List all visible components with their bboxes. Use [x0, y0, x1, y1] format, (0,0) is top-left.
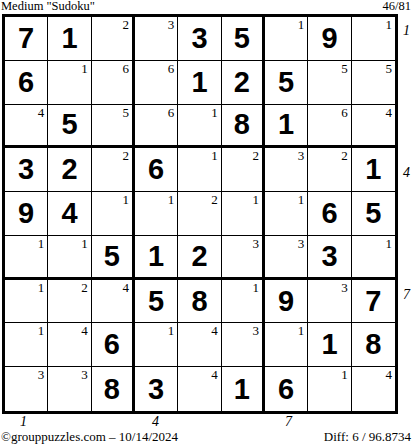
- cell-r8c5[interactable]: 4: [178, 323, 221, 367]
- candidate-digit: 1: [252, 193, 259, 206]
- given-digit: 6: [104, 330, 120, 359]
- cell-r6c4[interactable]: 1: [135, 236, 178, 280]
- candidate-digit: 1: [168, 324, 175, 337]
- cell-r1c2[interactable]: 1: [48, 17, 91, 61]
- cell-r1c3[interactable]: 2: [92, 17, 135, 61]
- difficulty-text: Diff: 6 / 96.8734: [324, 430, 411, 443]
- candidate-digit: 6: [341, 106, 348, 119]
- cell-r9c9[interactable]: 4: [352, 367, 395, 411]
- candidate-digit: 1: [38, 324, 45, 337]
- candidate-digit: 1: [252, 281, 259, 294]
- cell-r6c1[interactable]: 1: [5, 236, 48, 280]
- given-digit: 5: [234, 24, 250, 53]
- candidate-digit: 4: [38, 106, 45, 119]
- given-digit: 3: [148, 375, 164, 404]
- cell-r4c7[interactable]: 3: [265, 148, 308, 192]
- row-label-1: 1: [403, 24, 412, 38]
- cell-r9c6[interactable]: 1: [222, 367, 265, 411]
- cell-r7c8[interactable]: 3: [308, 280, 351, 324]
- given-digit: 3: [321, 242, 337, 271]
- candidate-digit: 1: [38, 281, 45, 294]
- given-digit: 6: [321, 199, 337, 228]
- cell-r9c3[interactable]: 8: [92, 367, 135, 411]
- candidate-digit: 5: [385, 62, 392, 75]
- col-label-4: 4: [152, 415, 159, 429]
- cell-r2c6[interactable]: 2: [222, 61, 265, 105]
- given-digit: 4: [61, 199, 77, 228]
- candidate-digit: 1: [211, 106, 218, 119]
- candidate-digit: 1: [298, 324, 305, 337]
- given-digit: 6: [148, 155, 164, 184]
- cell-r1c4[interactable]: 3: [135, 17, 178, 61]
- candidate-digit: 2: [252, 149, 259, 162]
- header: Medium "Sudoku" 46/81: [1, 0, 411, 14]
- given-digit: 7: [365, 287, 381, 316]
- candidate-digit: 5: [341, 62, 348, 75]
- cell-r1c6[interactable]: 5: [222, 17, 265, 61]
- candidate-digit: 3: [341, 281, 348, 294]
- candidate-digit: 1: [38, 237, 45, 250]
- col-label-1: 1: [20, 415, 27, 429]
- given-digit: 3: [18, 155, 34, 184]
- candidate-digit: 1: [385, 237, 392, 250]
- cell-r2c2[interactable]: 1: [48, 61, 91, 105]
- cell-r1c9[interactable]: 1: [352, 17, 395, 61]
- given-digit: 1: [191, 68, 207, 97]
- candidate-digit: 1: [385, 18, 392, 31]
- given-digit: 5: [365, 199, 381, 228]
- cell-r3c3[interactable]: 5: [92, 105, 135, 149]
- given-digit: 1: [148, 242, 164, 271]
- cell-r8c2[interactable]: 4: [48, 323, 91, 367]
- cell-r9c8[interactable]: 1: [308, 367, 351, 411]
- candidate-digit: 1: [168, 193, 175, 206]
- filled-counter: 46/81: [383, 0, 411, 13]
- given-digit: 7: [18, 24, 34, 53]
- cell-r5c5[interactable]: 2: [178, 192, 221, 236]
- given-digit: 1: [365, 155, 381, 184]
- cell-r4c8[interactable]: 2: [308, 148, 351, 192]
- cell-r2c8[interactable]: 5: [308, 61, 351, 105]
- given-digit: 1: [234, 375, 250, 404]
- cell-r9c1[interactable]: 3: [5, 367, 48, 411]
- given-digit: 5: [104, 242, 120, 271]
- cell-r8c8[interactable]: 1: [308, 323, 351, 367]
- cell-r9c2[interactable]: 3: [48, 367, 91, 411]
- candidate-digit: 6: [122, 62, 129, 75]
- candidate-digit: 2: [341, 149, 348, 162]
- candidate-digit: 2: [81, 281, 88, 294]
- candidate-digit: 5: [122, 106, 129, 119]
- candidate-digit: 4: [385, 368, 392, 381]
- cell-r1c7[interactable]: 1: [265, 17, 308, 61]
- cell-r6c9[interactable]: 1: [352, 236, 395, 280]
- cell-r3c4[interactable]: 6: [135, 105, 178, 149]
- candidate-digit: 2: [211, 193, 218, 206]
- candidate-digit: 6: [168, 106, 175, 119]
- cell-r1c8[interactable]: 9: [308, 17, 351, 61]
- cell-r6c3[interactable]: 5: [92, 236, 135, 280]
- given-digit: 3: [191, 24, 207, 53]
- cell-r3c9[interactable]: 4: [352, 105, 395, 149]
- cell-r4c4[interactable]: 6: [135, 148, 178, 192]
- cell-r7c5[interactable]: 8: [178, 280, 221, 324]
- given-digit: 1: [61, 24, 77, 53]
- cell-r5c4[interactable]: 1: [135, 192, 178, 236]
- candidate-digit: 2: [122, 18, 129, 31]
- row-label-4: 4: [403, 166, 412, 180]
- col-label-7: 7: [285, 415, 292, 429]
- given-digit: 8: [234, 110, 250, 139]
- candidate-digit: 4: [81, 324, 88, 337]
- cell-r7c3[interactable]: 4: [92, 280, 135, 324]
- given-digit: 5: [148, 287, 164, 316]
- cell-r5c3[interactable]: 1: [92, 192, 135, 236]
- candidate-digit: 4: [211, 368, 218, 381]
- cell-r5c7[interactable]: 1: [265, 192, 308, 236]
- cell-r7c7[interactable]: 9: [265, 280, 308, 324]
- cell-r4c5[interactable]: 1: [178, 148, 221, 192]
- candidate-digit: 4: [122, 281, 129, 294]
- cell-r6c6[interactable]: 3: [222, 236, 265, 280]
- cell-r7c1[interactable]: 1: [5, 280, 48, 324]
- cell-r9c4[interactable]: 3: [135, 367, 178, 411]
- given-digit: 8: [365, 330, 381, 359]
- cell-r3c1[interactable]: 4: [5, 105, 48, 149]
- candidate-digit: 3: [252, 324, 259, 337]
- cell-r2c3[interactable]: 6: [92, 61, 135, 105]
- candidate-digit: 1: [211, 149, 218, 162]
- cell-r2c1[interactable]: 6: [5, 61, 48, 105]
- given-digit: 9: [278, 287, 294, 316]
- cell-r5c6[interactable]: 1: [222, 192, 265, 236]
- cell-r4c9[interactable]: 1: [352, 148, 395, 192]
- given-digit: 6: [278, 375, 294, 404]
- candidate-digit: 3: [81, 368, 88, 381]
- candidate-digit: 2: [122, 149, 129, 162]
- cell-r7c2[interactable]: 2: [48, 280, 91, 324]
- cell-r2c4[interactable]: 6: [135, 61, 178, 105]
- cell-r8c7[interactable]: 1: [265, 323, 308, 367]
- cell-r4c1[interactable]: 3: [5, 148, 48, 192]
- cell-r1c5[interactable]: 3: [178, 17, 221, 61]
- cell-r8c1[interactable]: 1: [5, 323, 48, 367]
- given-digit: 2: [61, 155, 77, 184]
- puzzle-title: Medium "Sudoku": [1, 0, 95, 13]
- candidate-digit: 1: [81, 62, 88, 75]
- row-label-7: 7: [403, 288, 412, 302]
- cell-r5c8[interactable]: 6: [308, 192, 351, 236]
- candidate-digit: 1: [122, 193, 129, 206]
- cell-r3c2[interactable]: 5: [48, 105, 91, 149]
- cell-r6c2[interactable]: 1: [48, 236, 91, 280]
- cell-r2c7[interactable]: 5: [265, 61, 308, 105]
- candidate-digit: 3: [168, 18, 175, 31]
- candidate-digit: 1: [298, 193, 305, 206]
- candidate-digit: 6: [168, 62, 175, 75]
- candidate-digit: 4: [211, 324, 218, 337]
- cell-r3c5[interactable]: 1: [178, 105, 221, 149]
- candidate-digit: 1: [298, 18, 305, 31]
- given-digit: 2: [234, 68, 250, 97]
- cell-r6c7[interactable]: 3: [265, 236, 308, 280]
- given-digit: 2: [191, 242, 207, 271]
- cell-r7c9[interactable]: 7: [352, 280, 395, 324]
- candidate-digit: 3: [298, 237, 305, 250]
- cell-r2c9[interactable]: 5: [352, 61, 395, 105]
- candidate-digit: 4: [385, 106, 392, 119]
- given-digit: 5: [278, 68, 294, 97]
- candidate-digit: 3: [298, 149, 305, 162]
- given-digit: 8: [191, 287, 207, 316]
- cell-r8c4[interactable]: 1: [135, 323, 178, 367]
- cell-r8c3[interactable]: 6: [92, 323, 135, 367]
- cell-r6c8[interactable]: 3: [308, 236, 351, 280]
- given-digit: 9: [18, 199, 34, 228]
- given-digit: 1: [278, 110, 294, 139]
- cell-r7c6[interactable]: 1: [222, 280, 265, 324]
- cell-r3c6[interactable]: 8: [222, 105, 265, 149]
- cell-r9c7[interactable]: 6: [265, 367, 308, 411]
- candidate-digit: 3: [252, 237, 259, 250]
- cell-r1c1[interactable]: 7: [5, 17, 48, 61]
- cell-r7c4[interactable]: 5: [135, 280, 178, 324]
- given-digit: 9: [321, 24, 337, 53]
- cell-r4c6[interactable]: 2: [222, 148, 265, 192]
- cell-r9c5[interactable]: 4: [178, 367, 221, 411]
- given-digit: 8: [104, 375, 120, 404]
- cell-r8c6[interactable]: 3: [222, 323, 265, 367]
- cell-r5c1[interactable]: 9: [5, 192, 48, 236]
- cell-r5c2[interactable]: 4: [48, 192, 91, 236]
- cell-r4c3[interactable]: 2: [92, 148, 135, 192]
- given-digit: 1: [321, 330, 337, 359]
- sudoku-board: 7123351916166125554556181643226123219411…: [2, 14, 398, 414]
- cell-r4c2[interactable]: 2: [48, 148, 91, 192]
- cell-r3c7[interactable]: 1: [265, 105, 308, 149]
- cell-r8c9[interactable]: 8: [352, 323, 395, 367]
- cell-r6c5[interactable]: 2: [178, 236, 221, 280]
- copyright-text: ©grouppuzzles.com – 10/14/2024: [1, 430, 178, 443]
- cell-r2c5[interactable]: 1: [178, 61, 221, 105]
- cell-r3c8[interactable]: 6: [308, 105, 351, 149]
- footer: ©grouppuzzles.com – 10/14/2024 Diff: 6 /…: [1, 429, 411, 443]
- given-digit: 5: [61, 110, 77, 139]
- candidate-digit: 3: [38, 368, 45, 381]
- candidate-digit: 1: [341, 368, 348, 381]
- given-digit: 6: [18, 68, 34, 97]
- candidate-digit: 1: [81, 237, 88, 250]
- cell-r5c9[interactable]: 5: [352, 192, 395, 236]
